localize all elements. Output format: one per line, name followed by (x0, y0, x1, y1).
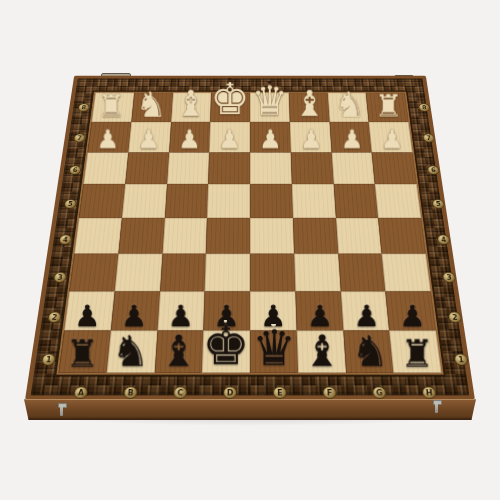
black-bishop[interactable]: ♝ (298, 330, 346, 373)
black-rook[interactable]: ♜ (394, 336, 442, 373)
square-c8[interactable]: ♝ (171, 93, 212, 122)
file-label-h: H (421, 386, 436, 399)
square-d7[interactable]: ♟ (209, 122, 250, 152)
square-g6[interactable] (331, 152, 375, 184)
square-g3[interactable] (338, 253, 386, 291)
square-a8[interactable]: ♜ (92, 93, 134, 122)
square-b3[interactable] (114, 253, 162, 291)
square-g1[interactable]: ♞ (343, 331, 394, 373)
white-rook[interactable]: ♜ (369, 91, 409, 122)
square-f4[interactable] (293, 218, 338, 254)
square-c7[interactable]: ♟ (169, 122, 211, 152)
clasp-pin-right (432, 400, 441, 413)
square-a5[interactable] (79, 184, 125, 218)
file-label-g: G (372, 386, 387, 399)
rank-label-right-6: 6 (427, 165, 440, 174)
square-d3[interactable] (205, 253, 250, 291)
file-label-b: B (123, 386, 138, 399)
white-queen-finial (268, 79, 272, 83)
square-g2[interactable]: ♟ (340, 291, 389, 331)
square-c6[interactable] (167, 152, 210, 184)
file-label-d: D (223, 386, 237, 399)
white-pawn[interactable]: ♟ (209, 126, 250, 152)
square-h3[interactable] (382, 253, 431, 291)
white-pawn[interactable]: ♟ (372, 126, 413, 152)
square-b4[interactable] (118, 218, 164, 254)
white-pawn[interactable]: ♟ (331, 126, 372, 152)
file-label-f: F (322, 386, 337, 399)
square-f7[interactable]: ♟ (290, 122, 332, 152)
square-g5[interactable] (333, 184, 378, 218)
square-f1[interactable]: ♝ (296, 331, 345, 373)
square-e3[interactable] (250, 253, 295, 291)
square-a7[interactable]: ♟ (88, 122, 132, 152)
square-g8[interactable]: ♞ (327, 93, 369, 122)
square-b7[interactable]: ♟ (128, 122, 171, 152)
rank-label-right-1: 1 (453, 354, 468, 366)
square-a2[interactable]: ♟ (64, 291, 114, 331)
square-e7[interactable]: ♟ (250, 122, 291, 152)
square-e8[interactable]: ♛ (250, 93, 290, 122)
square-b6[interactable] (125, 152, 169, 184)
rank-label-left-2: 2 (47, 312, 62, 324)
square-f3[interactable] (294, 253, 340, 291)
rank-label-left-6: 6 (68, 165, 81, 174)
square-h7[interactable]: ♟ (369, 122, 413, 152)
square-b8[interactable]: ♞ (131, 93, 173, 122)
square-d8[interactable]: ♚ (210, 93, 250, 122)
rank-label-left-1: 1 (41, 354, 56, 366)
square-g4[interactable] (336, 218, 382, 254)
white-king-finial (229, 73, 231, 80)
rank-label-right-2: 2 (447, 312, 462, 324)
square-b2[interactable]: ♟ (111, 291, 160, 331)
rank-label-right-3: 3 (442, 272, 456, 283)
playing-grid: ♜♞♝♚♛♝♞♜♟♟♟♟♟♟♟♟♟♟♟♟♟♟♟♟♜♞♝♚♛♝♞♜ (59, 93, 442, 373)
black-bishop[interactable]: ♝ (154, 330, 202, 373)
scene: ♜♞♝♚♛♝♞♜♟♟♟♟♟♟♟♟♟♟♟♟♟♟♟♟♜♞♝♚♛♝♞♜ 8765432… (0, 0, 500, 500)
rank-label-left-8: 8 (78, 103, 90, 111)
square-e5[interactable] (250, 184, 293, 218)
rank-label-left-3: 3 (53, 272, 67, 283)
square-h4[interactable] (378, 218, 425, 254)
square-a1[interactable]: ♜ (59, 331, 111, 373)
rank-label-right-8: 8 (418, 103, 430, 111)
black-queen-finial (271, 322, 276, 327)
black-king[interactable]: ♚ (202, 320, 250, 373)
white-rook[interactable]: ♜ (92, 91, 132, 122)
square-a3[interactable] (69, 253, 118, 291)
square-c3[interactable] (160, 253, 206, 291)
white-pawn[interactable]: ♟ (169, 126, 210, 152)
front-bevel (24, 399, 476, 420)
square-g7[interactable]: ♟ (329, 122, 372, 152)
square-a4[interactable] (74, 218, 121, 254)
square-a6[interactable] (83, 152, 128, 184)
square-c4[interactable] (162, 218, 207, 254)
black-queen[interactable]: ♛ (250, 324, 298, 373)
white-queen[interactable]: ♛ (250, 81, 290, 122)
file-label-c: C (173, 386, 188, 399)
square-f5[interactable] (292, 184, 336, 218)
file-label-e: E (273, 386, 287, 399)
square-d4[interactable] (206, 218, 250, 254)
product-photo-canvas: ♜♞♝♚♛♝♞♜♟♟♟♟♟♟♟♟♟♟♟♟♟♟♟♟♜♞♝♚♛♝♞♜ 8765432… (0, 0, 500, 500)
square-c5[interactable] (164, 184, 208, 218)
square-f6[interactable] (291, 152, 334, 184)
rank-label-right-7: 7 (422, 134, 435, 143)
white-pawn[interactable]: ♟ (291, 126, 332, 152)
black-rook[interactable]: ♜ (59, 336, 107, 373)
rank-label-left-7: 7 (73, 134, 86, 143)
black-pawn[interactable]: ♟ (389, 301, 435, 331)
clasp-pin-left (57, 403, 66, 416)
square-e6[interactable] (250, 152, 292, 184)
chess-board: ♜♞♝♚♛♝♞♜♟♟♟♟♟♟♟♟♟♟♟♟♟♟♟♟♜♞♝♚♛♝♞♜ 8765432… (25, 76, 475, 400)
square-e4[interactable] (250, 218, 294, 254)
square-h1[interactable]: ♜ (389, 331, 441, 373)
white-pawn[interactable]: ♟ (250, 126, 291, 152)
white-knight[interactable]: ♞ (131, 87, 171, 122)
square-h2[interactable]: ♟ (386, 291, 436, 331)
black-king-finial (225, 314, 228, 323)
square-h8[interactable]: ♜ (366, 93, 408, 122)
square-e1[interactable]: ♛ (250, 331, 298, 373)
square-b5[interactable] (122, 184, 167, 218)
square-d5[interactable] (207, 184, 250, 218)
square-h5[interactable] (375, 184, 421, 218)
white-knight[interactable]: ♞ (329, 87, 369, 122)
square-d6[interactable] (208, 152, 250, 184)
white-king[interactable]: ♚ (210, 78, 250, 122)
square-f8[interactable]: ♝ (289, 93, 330, 122)
rank-label-right-4: 4 (437, 234, 451, 244)
black-knight[interactable]: ♞ (346, 331, 394, 373)
square-b1[interactable]: ♞ (106, 331, 157, 373)
black-knight[interactable]: ♞ (106, 331, 154, 373)
square-h6[interactable] (372, 152, 417, 184)
square-c1[interactable]: ♝ (154, 331, 203, 373)
rank-label-right-5: 5 (432, 199, 446, 209)
rank-label-left-5: 5 (64, 199, 78, 209)
white-bishop[interactable]: ♝ (290, 86, 330, 122)
white-bishop[interactable]: ♝ (171, 86, 211, 122)
file-label-a: A (73, 386, 88, 399)
black-pawn[interactable]: ♟ (64, 301, 110, 331)
square-d1[interactable]: ♚ (202, 331, 250, 373)
rank-label-left-4: 4 (58, 234, 72, 244)
white-pawn[interactable]: ♟ (88, 126, 129, 152)
white-pawn[interactable]: ♟ (128, 126, 169, 152)
